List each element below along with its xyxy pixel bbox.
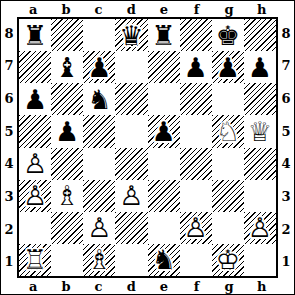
square-a5[interactable]: [19, 115, 51, 147]
file-labels-top: abcdefgh: [17, 1, 278, 17]
black-king-glyph: ♚: [216, 22, 240, 49]
square-h4[interactable]: [244, 148, 276, 180]
corner-bottom-right: [278, 278, 294, 294]
square-f1[interactable]: [180, 244, 212, 276]
square-a1[interactable]: ♜♖: [19, 244, 51, 276]
file-label-e: e: [160, 280, 168, 293]
square-c8[interactable]: [83, 19, 115, 51]
chessboard-diagram: abcdefgh 87654321 ♜♛♜♚♝♟♟♟♟♟♞♟♟♞♘♛♕♟♙♟♙♝…: [0, 0, 295, 295]
rank-labels-left: 87654321: [1, 17, 17, 278]
piece-black-king[interactable]: ♚: [212, 19, 244, 51]
rank-label-6: 6: [281, 92, 290, 105]
piece-white-queen[interactable]: ♛♕: [244, 115, 276, 147]
file-label-g: g: [225, 280, 234, 293]
rank-label-1: 1: [281, 255, 290, 268]
piece-black-pawn[interactable]: ♟: [19, 83, 51, 115]
square-e7[interactable]: [148, 51, 180, 83]
square-d4[interactable]: [115, 148, 147, 180]
piece-black-rook[interactable]: ♜: [148, 19, 180, 51]
white-bishop-glyph: ♗: [87, 246, 111, 273]
piece-black-queen[interactable]: ♛: [115, 19, 147, 51]
square-e8[interactable]: ♜: [148, 19, 180, 51]
file-label-d: d: [127, 280, 136, 293]
square-c7[interactable]: ♟: [83, 51, 115, 83]
square-c5[interactable]: [83, 115, 115, 147]
square-f7[interactable]: ♟: [180, 51, 212, 83]
white-queen-glyph: ♕: [248, 118, 272, 145]
piece-white-pawn[interactable]: ♟♙: [83, 212, 115, 244]
square-f6[interactable]: [180, 83, 212, 115]
square-h7[interactable]: ♟: [244, 51, 276, 83]
square-f5[interactable]: [180, 115, 212, 147]
square-h1[interactable]: [244, 244, 276, 276]
square-c6[interactable]: ♞: [83, 83, 115, 115]
square-e2[interactable]: [148, 212, 180, 244]
rank-label-2: 2: [281, 223, 290, 236]
square-h5[interactable]: ♛♕: [244, 115, 276, 147]
corner-top-right: [278, 1, 294, 17]
rank-label-3: 3: [4, 190, 13, 203]
square-g3[interactable]: [212, 180, 244, 212]
rank-label-8: 8: [281, 27, 290, 40]
board: ♜♛♜♚♝♟♟♟♟♟♞♟♟♞♘♛♕♟♙♟♙♝♗♟♙♟♙♟♙♟♙♜♖♝♗♞♚♔: [17, 17, 278, 278]
white-bishop-glyph: ♗: [55, 182, 79, 209]
rank-label-4: 4: [4, 157, 13, 170]
rank-label-7: 7: [281, 59, 290, 72]
square-g2[interactable]: [212, 212, 244, 244]
black-pawn-glyph: ♟: [151, 118, 175, 145]
square-d1[interactable]: [115, 244, 147, 276]
file-label-c: c: [95, 3, 103, 16]
square-g4[interactable]: [212, 148, 244, 180]
black-pawn-glyph: ♟: [248, 54, 272, 81]
square-e4[interactable]: [148, 148, 180, 180]
black-pawn-glyph: ♟: [216, 54, 240, 81]
square-e5[interactable]: ♟: [148, 115, 180, 147]
file-label-f: f: [194, 3, 200, 16]
file-label-a: a: [29, 280, 37, 293]
piece-white-pawn[interactable]: ♟♙: [180, 212, 212, 244]
square-a4[interactable]: ♟♙: [19, 148, 51, 180]
piece-black-knight[interactable]: ♞: [83, 83, 115, 115]
piece-white-pawn[interactable]: ♟♙: [19, 148, 51, 180]
piece-black-knight[interactable]: ♞: [148, 244, 180, 276]
square-a3[interactable]: ♟♙: [19, 180, 51, 212]
square-f8[interactable]: [180, 19, 212, 51]
black-knight-glyph: ♞: [151, 246, 175, 273]
square-c2[interactable]: ♟♙: [83, 212, 115, 244]
piece-white-bishop[interactable]: ♝♗: [51, 180, 83, 212]
white-rook-glyph: ♖: [23, 246, 47, 273]
square-e3[interactable]: [148, 180, 180, 212]
file-label-h: h: [257, 3, 266, 16]
square-d6[interactable]: [115, 83, 147, 115]
file-label-e: e: [160, 3, 168, 16]
piece-black-rook[interactable]: ♜: [19, 19, 51, 51]
square-h8[interactable]: [244, 19, 276, 51]
piece-black-pawn[interactable]: ♟: [51, 115, 83, 147]
piece-white-rook[interactable]: ♜♖: [19, 244, 51, 276]
rank-label-8: 8: [4, 27, 13, 40]
square-g8[interactable]: ♚: [212, 19, 244, 51]
rank-label-5: 5: [281, 125, 290, 138]
black-queen-glyph: ♛: [119, 22, 143, 49]
square-b6[interactable]: [51, 83, 83, 115]
black-bishop-glyph: ♝: [55, 54, 79, 81]
file-label-g: g: [225, 3, 234, 16]
square-b8[interactable]: [51, 19, 83, 51]
file-label-b: b: [61, 3, 70, 16]
square-g6[interactable]: [212, 83, 244, 115]
rank-label-6: 6: [4, 92, 13, 105]
white-pawn-glyph: ♙: [23, 150, 47, 177]
square-a7[interactable]: [19, 51, 51, 83]
square-d2[interactable]: [115, 212, 147, 244]
black-rook-glyph: ♜: [151, 22, 175, 49]
rank-labels-right: 87654321: [278, 17, 294, 278]
black-rook-glyph: ♜: [23, 22, 47, 49]
file-label-b: b: [61, 280, 70, 293]
piece-black-pawn[interactable]: ♟: [180, 51, 212, 83]
piece-white-pawn[interactable]: ♟♙: [244, 212, 276, 244]
square-a2[interactable]: [19, 212, 51, 244]
file-label-a: a: [29, 3, 37, 16]
square-h2[interactable]: ♟♙: [244, 212, 276, 244]
square-e6[interactable]: [148, 83, 180, 115]
corner-bottom-left: [1, 278, 17, 294]
corner-top-left: [1, 1, 17, 17]
square-f2[interactable]: ♟♙: [180, 212, 212, 244]
square-b2[interactable]: [51, 212, 83, 244]
black-pawn-glyph: ♟: [55, 118, 79, 145]
square-d5[interactable]: [115, 115, 147, 147]
square-d3[interactable]: ♟♙: [115, 180, 147, 212]
square-b7[interactable]: ♝: [51, 51, 83, 83]
square-g1[interactable]: ♚♔: [212, 244, 244, 276]
square-g5[interactable]: ♞♘: [212, 115, 244, 147]
black-pawn-glyph: ♟: [87, 54, 111, 81]
rank-label-2: 2: [4, 223, 13, 236]
white-knight-glyph: ♘: [216, 118, 240, 145]
square-h6[interactable]: [244, 83, 276, 115]
rank-label-5: 5: [4, 125, 13, 138]
square-b3[interactable]: ♝♗: [51, 180, 83, 212]
piece-white-pawn[interactable]: ♟♙: [115, 180, 147, 212]
square-c3[interactable]: [83, 180, 115, 212]
square-d7[interactable]: [115, 51, 147, 83]
piece-white-king[interactable]: ♚♔: [212, 244, 244, 276]
piece-black-pawn[interactable]: ♟: [244, 51, 276, 83]
square-b4[interactable]: [51, 148, 83, 180]
rank-label-4: 4: [281, 157, 290, 170]
file-label-c: c: [95, 280, 103, 293]
rank-label-3: 3: [281, 190, 290, 203]
square-e1[interactable]: ♞: [148, 244, 180, 276]
piece-black-bishop[interactable]: ♝: [51, 51, 83, 83]
file-label-f: f: [194, 280, 200, 293]
white-pawn-glyph: ♙: [184, 214, 208, 241]
piece-white-knight[interactable]: ♞♘: [212, 115, 244, 147]
white-king-glyph: ♔: [216, 246, 240, 273]
black-pawn-glyph: ♟: [23, 86, 47, 113]
white-pawn-glyph: ♙: [119, 182, 143, 209]
file-label-h: h: [257, 280, 266, 293]
square-g7[interactable]: ♟: [212, 51, 244, 83]
white-pawn-glyph: ♙: [248, 214, 272, 241]
file-label-d: d: [127, 3, 136, 16]
black-knight-glyph: ♞: [87, 86, 111, 113]
square-a8[interactable]: ♜: [19, 19, 51, 51]
white-pawn-glyph: ♙: [23, 182, 47, 209]
rank-label-7: 7: [4, 59, 13, 72]
square-f4[interactable]: [180, 148, 212, 180]
square-c1[interactable]: ♝♗: [83, 244, 115, 276]
rank-label-1: 1: [4, 255, 13, 268]
piece-black-pawn[interactable]: ♟: [83, 51, 115, 83]
white-pawn-glyph: ♙: [87, 214, 111, 241]
square-f3[interactable]: [180, 180, 212, 212]
square-c4[interactable]: [83, 148, 115, 180]
piece-black-pawn[interactable]: ♟: [212, 51, 244, 83]
square-h3[interactable]: [244, 180, 276, 212]
square-a6[interactable]: ♟: [19, 83, 51, 115]
square-b1[interactable]: [51, 244, 83, 276]
square-b5[interactable]: ♟: [51, 115, 83, 147]
piece-white-bishop[interactable]: ♝♗: [83, 244, 115, 276]
black-pawn-glyph: ♟: [184, 54, 208, 81]
file-labels-bottom: abcdefgh: [17, 278, 278, 294]
piece-white-pawn[interactable]: ♟♙: [19, 180, 51, 212]
piece-black-pawn[interactable]: ♟: [148, 115, 180, 147]
square-d8[interactable]: ♛: [115, 19, 147, 51]
